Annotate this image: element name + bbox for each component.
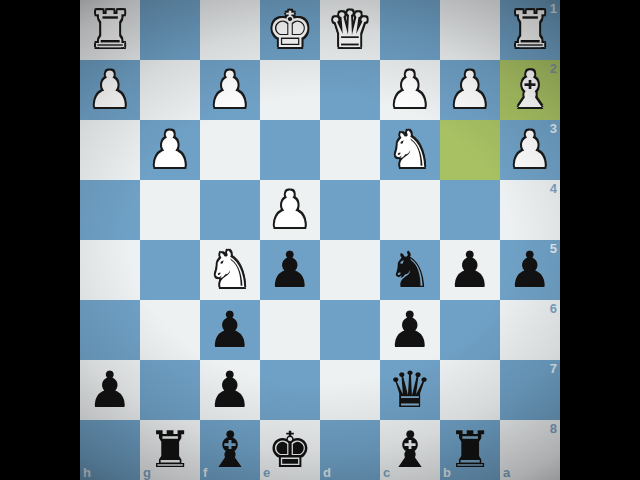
square-g8[interactable]: ♜g xyxy=(140,420,200,480)
square-g4[interactable] xyxy=(140,180,200,240)
square-d1[interactable]: ♛ xyxy=(320,0,380,60)
white-knight-piece[interactable]: ♞ xyxy=(380,120,440,180)
square-h4[interactable] xyxy=(80,180,140,240)
square-e4[interactable]: ♟ xyxy=(260,180,320,240)
square-c8[interactable]: ♝c xyxy=(380,420,440,480)
rank-label-5: 5 xyxy=(550,241,557,256)
square-c4[interactable] xyxy=(380,180,440,240)
square-g6[interactable] xyxy=(140,300,200,360)
square-c6[interactable]: ♟ xyxy=(380,300,440,360)
file-label-g: g xyxy=(143,465,151,480)
square-c3[interactable]: ♞ xyxy=(380,120,440,180)
white-pawn-piece[interactable]: ♟ xyxy=(260,180,320,240)
rank-label-6: 6 xyxy=(550,301,557,316)
square-h2[interactable]: ♟ xyxy=(80,60,140,120)
file-label-a: a xyxy=(503,465,510,480)
square-f7[interactable]: ♟ xyxy=(200,360,260,420)
square-e3[interactable] xyxy=(260,120,320,180)
square-h1[interactable]: ♜ xyxy=(80,0,140,60)
black-queen-piece[interactable]: ♛ xyxy=(380,360,440,420)
black-pawn-piece[interactable]: ♟ xyxy=(260,240,320,300)
square-b2[interactable]: ♟ xyxy=(440,60,500,120)
square-h8[interactable]: h xyxy=(80,420,140,480)
white-knight-piece[interactable]: ♞ xyxy=(200,240,260,300)
black-pawn-piece[interactable]: ♟ xyxy=(200,360,260,420)
black-pawn-piece[interactable]: ♟ xyxy=(440,240,500,300)
square-d6[interactable] xyxy=(320,300,380,360)
square-g1[interactable] xyxy=(140,0,200,60)
square-a6[interactable]: 6 xyxy=(500,300,560,360)
square-f3[interactable] xyxy=(200,120,260,180)
black-knight-piece[interactable]: ♞ xyxy=(380,240,440,300)
square-d2[interactable] xyxy=(320,60,380,120)
square-g3[interactable]: ♟ xyxy=(140,120,200,180)
file-label-c: c xyxy=(383,465,390,480)
white-pawn-piece[interactable]: ♟ xyxy=(80,60,140,120)
rank-label-8: 8 xyxy=(550,421,557,436)
square-a4[interactable]: 4 xyxy=(500,180,560,240)
square-b4[interactable] xyxy=(440,180,500,240)
square-g5[interactable] xyxy=(140,240,200,300)
square-d5[interactable] xyxy=(320,240,380,300)
square-a8[interactable]: 8a xyxy=(500,420,560,480)
square-b5[interactable]: ♟ xyxy=(440,240,500,300)
square-e8[interactable]: ♚e xyxy=(260,420,320,480)
square-h3[interactable] xyxy=(80,120,140,180)
rank-label-7: 7 xyxy=(550,361,557,376)
white-queen-piece[interactable]: ♛ xyxy=(320,0,380,60)
file-label-e: e xyxy=(263,465,270,480)
file-label-b: b xyxy=(443,465,451,480)
white-pawn-piece[interactable]: ♟ xyxy=(380,60,440,120)
square-h5[interactable] xyxy=(80,240,140,300)
square-b3[interactable] xyxy=(440,120,500,180)
square-c7[interactable]: ♛ xyxy=(380,360,440,420)
square-f2[interactable]: ♟ xyxy=(200,60,260,120)
letterbox-right xyxy=(560,0,640,480)
video-frame: ♜♚♛♜1♟♟♟♟♝2♟♞♟3♟4♞♟♞♟♟5♟♟6♟♟♛7h♜g♝f♚ed♝c… xyxy=(0,0,640,480)
white-pawn-piece[interactable]: ♟ xyxy=(200,60,260,120)
square-h7[interactable]: ♟ xyxy=(80,360,140,420)
rank-label-1: 1 xyxy=(550,1,557,16)
file-label-h: h xyxy=(83,465,91,480)
square-d4[interactable] xyxy=(320,180,380,240)
square-b7[interactable] xyxy=(440,360,500,420)
square-h6[interactable] xyxy=(80,300,140,360)
square-e2[interactable] xyxy=(260,60,320,120)
file-label-f: f xyxy=(203,465,207,480)
square-f1[interactable] xyxy=(200,0,260,60)
square-b6[interactable] xyxy=(440,300,500,360)
square-f4[interactable] xyxy=(200,180,260,240)
black-bishop-piece[interactable]: ♝ xyxy=(200,420,260,480)
black-pawn-piece[interactable]: ♟ xyxy=(380,300,440,360)
square-a3[interactable]: ♟3 xyxy=(500,120,560,180)
black-pawn-piece[interactable]: ♟ xyxy=(80,360,140,420)
square-f6[interactable]: ♟ xyxy=(200,300,260,360)
square-a1[interactable]: ♜1 xyxy=(500,0,560,60)
square-a2[interactable]: ♝2 xyxy=(500,60,560,120)
white-rook-piece[interactable]: ♜ xyxy=(80,0,140,60)
square-b1[interactable] xyxy=(440,0,500,60)
square-e1[interactable]: ♚ xyxy=(260,0,320,60)
white-pawn-piece[interactable]: ♟ xyxy=(440,60,500,120)
letterbox-left xyxy=(0,0,80,480)
square-f8[interactable]: ♝f xyxy=(200,420,260,480)
square-g2[interactable] xyxy=(140,60,200,120)
square-f5[interactable]: ♞ xyxy=(200,240,260,300)
square-b8[interactable]: ♜b xyxy=(440,420,500,480)
square-a5[interactable]: ♟5 xyxy=(500,240,560,300)
square-e6[interactable] xyxy=(260,300,320,360)
square-e7[interactable] xyxy=(260,360,320,420)
square-d7[interactable] xyxy=(320,360,380,420)
square-e5[interactable]: ♟ xyxy=(260,240,320,300)
square-g7[interactable] xyxy=(140,360,200,420)
white-king-piece[interactable]: ♚ xyxy=(260,0,320,60)
white-pawn-piece[interactable]: ♟ xyxy=(140,120,200,180)
square-a7[interactable]: 7 xyxy=(500,360,560,420)
square-c5[interactable]: ♞ xyxy=(380,240,440,300)
black-pawn-piece[interactable]: ♟ xyxy=(200,300,260,360)
square-c2[interactable]: ♟ xyxy=(380,60,440,120)
square-c1[interactable] xyxy=(380,0,440,60)
chess-board[interactable]: ♜♚♛♜1♟♟♟♟♝2♟♞♟3♟4♞♟♞♟♟5♟♟6♟♟♛7h♜g♝f♚ed♝c… xyxy=(80,0,560,480)
file-label-d: d xyxy=(323,465,331,480)
square-d3[interactable] xyxy=(320,120,380,180)
square-d8[interactable]: d xyxy=(320,420,380,480)
rank-label-3: 3 xyxy=(550,121,557,136)
rank-label-2: 2 xyxy=(550,61,557,76)
rank-label-4: 4 xyxy=(550,181,557,196)
